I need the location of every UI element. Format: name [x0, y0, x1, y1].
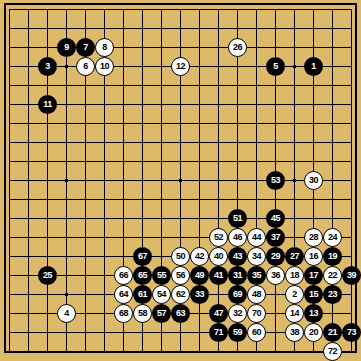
stone-P10: 53: [266, 171, 285, 190]
stone-C16: 3: [38, 57, 57, 76]
stone-E17: 7: [76, 38, 95, 57]
stone-P8: 45: [266, 209, 285, 228]
stone-S4: 23: [323, 285, 342, 304]
stone-R16: 1: [304, 57, 323, 76]
stone-E16: 6: [76, 57, 95, 76]
stone-L5: 49: [190, 266, 209, 285]
stone-T5: 39: [342, 266, 361, 285]
stone-R2: 20: [304, 323, 323, 342]
stone-J5: 55: [152, 266, 171, 285]
stone-N6: 43: [228, 247, 247, 266]
stone-R4: 15: [304, 285, 323, 304]
stone-J3: 57: [152, 304, 171, 323]
star-point: [65, 65, 68, 68]
stone-N7: 46: [228, 228, 247, 247]
stone-K4: 62: [171, 285, 190, 304]
stone-N3: 32: [228, 304, 247, 323]
stone-F16: 10: [95, 57, 114, 76]
stone-M7: 52: [209, 228, 228, 247]
stone-Q4: 2: [285, 285, 304, 304]
stone-O3: 70: [247, 304, 266, 323]
star-point: [293, 179, 296, 182]
stone-Q2: 38: [285, 323, 304, 342]
stone-L4: 33: [190, 285, 209, 304]
stone-P7: 37: [266, 228, 285, 247]
stone-H3: 58: [133, 304, 152, 323]
stone-R6: 16: [304, 247, 323, 266]
stone-K6: 50: [171, 247, 190, 266]
stone-M2: 71: [209, 323, 228, 342]
stone-O5: 35: [247, 266, 266, 285]
star-point: [65, 293, 68, 296]
stone-Q5: 18: [285, 266, 304, 285]
stone-H5: 65: [133, 266, 152, 285]
stone-H6: 67: [133, 247, 152, 266]
stone-D3: 4: [57, 304, 76, 323]
stone-P6: 29: [266, 247, 285, 266]
stone-J4: 54: [152, 285, 171, 304]
stone-F17: 8: [95, 38, 114, 57]
stone-P5: 36: [266, 266, 285, 285]
stone-S2: 21: [323, 323, 342, 342]
stone-N17: 26: [228, 38, 247, 57]
stone-O4: 48: [247, 285, 266, 304]
stone-S7: 24: [323, 228, 342, 247]
stone-R7: 28: [304, 228, 323, 247]
star-point: [293, 65, 296, 68]
stone-M3: 47: [209, 304, 228, 323]
stone-K16: 12: [171, 57, 190, 76]
stone-K3: 63: [171, 304, 190, 323]
stone-C5: 25: [38, 266, 57, 285]
stone-O2: 60: [247, 323, 266, 342]
stone-R3: 13: [304, 304, 323, 323]
stone-M5: 41: [209, 266, 228, 285]
stone-N8: 51: [228, 209, 247, 228]
stone-C14: 11: [38, 95, 57, 114]
stone-Q6: 27: [285, 247, 304, 266]
stone-O6: 34: [247, 247, 266, 266]
stone-R10: 30: [304, 171, 323, 190]
stone-N4: 69: [228, 285, 247, 304]
stone-P16: 5: [266, 57, 285, 76]
stone-S1: 72: [323, 342, 342, 361]
stone-G5: 66: [114, 266, 133, 285]
star-point: [65, 179, 68, 182]
stone-T2: 73: [342, 323, 361, 342]
stone-O7: 44: [247, 228, 266, 247]
stone-Q3: 14: [285, 304, 304, 323]
go-board[interactable]: 1234567891011121314151617181920212223242…: [0, 0, 361, 361]
stone-H4: 61: [133, 285, 152, 304]
stone-S5: 22: [323, 266, 342, 285]
stone-S6: 19: [323, 247, 342, 266]
stone-L6: 42: [190, 247, 209, 266]
stone-G3: 68: [114, 304, 133, 323]
stone-M6: 40: [209, 247, 228, 266]
stone-K5: 56: [171, 266, 190, 285]
stone-G4: 64: [114, 285, 133, 304]
star-point: [179, 179, 182, 182]
stone-N5: 31: [228, 266, 247, 285]
stone-D17: 9: [57, 38, 76, 57]
stone-R5: 17: [304, 266, 323, 285]
stone-N2: 59: [228, 323, 247, 342]
